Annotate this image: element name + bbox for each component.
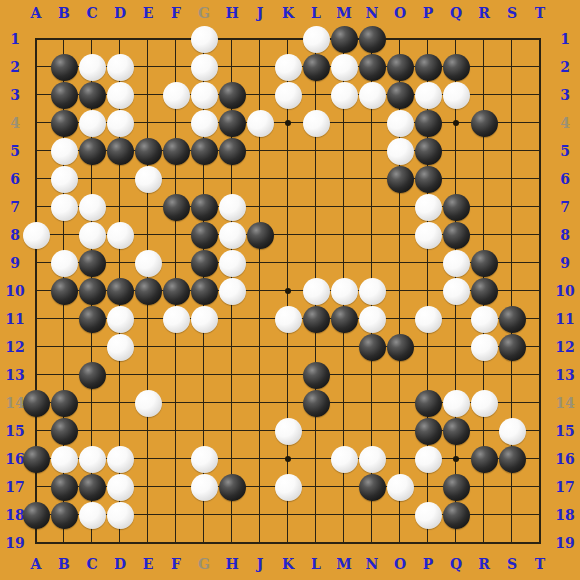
intersection-O1[interactable] <box>386 25 414 53</box>
intersection-K8[interactable] <box>274 221 302 249</box>
intersection-H12[interactable] <box>218 333 246 361</box>
intersection-T15[interactable] <box>526 417 554 445</box>
intersection-H13[interactable] <box>218 361 246 389</box>
intersection-T2[interactable] <box>526 53 554 81</box>
intersection-M2[interactable] <box>330 53 358 81</box>
intersection-O17[interactable] <box>386 473 414 501</box>
intersection-R1[interactable] <box>470 25 498 53</box>
intersection-Q9[interactable] <box>442 249 470 277</box>
intersection-C2[interactable] <box>78 53 106 81</box>
intersection-F12[interactable] <box>162 333 190 361</box>
intersection-P16[interactable] <box>414 445 442 473</box>
intersection-J16[interactable] <box>246 445 274 473</box>
intersection-F4[interactable] <box>162 109 190 137</box>
intersection-N13[interactable] <box>358 361 386 389</box>
intersection-H1[interactable] <box>218 25 246 53</box>
intersection-N1[interactable] <box>358 25 386 53</box>
intersection-N17[interactable] <box>358 473 386 501</box>
intersection-S1[interactable] <box>498 25 526 53</box>
intersection-H3[interactable] <box>218 81 246 109</box>
intersection-A8[interactable] <box>22 221 50 249</box>
intersection-L15[interactable] <box>302 417 330 445</box>
intersection-L19[interactable] <box>302 529 330 557</box>
intersection-T17[interactable] <box>526 473 554 501</box>
intersection-H4[interactable] <box>218 109 246 137</box>
intersection-F19[interactable] <box>162 529 190 557</box>
intersection-J4[interactable] <box>246 109 274 137</box>
intersection-O9[interactable] <box>386 249 414 277</box>
intersection-E4[interactable] <box>134 109 162 137</box>
intersection-F5[interactable] <box>162 137 190 165</box>
intersection-P12[interactable] <box>414 333 442 361</box>
intersection-A4[interactable] <box>22 109 50 137</box>
intersection-J11[interactable] <box>246 305 274 333</box>
intersection-R9[interactable] <box>470 249 498 277</box>
intersection-A19[interactable] <box>22 529 50 557</box>
intersection-B4[interactable] <box>50 109 78 137</box>
intersection-A15[interactable] <box>22 417 50 445</box>
intersection-O13[interactable] <box>386 361 414 389</box>
intersection-L17[interactable] <box>302 473 330 501</box>
intersection-T13[interactable] <box>526 361 554 389</box>
intersection-A5[interactable] <box>22 137 50 165</box>
intersection-L4[interactable] <box>302 109 330 137</box>
intersection-S14[interactable] <box>498 389 526 417</box>
intersection-N6[interactable] <box>358 165 386 193</box>
intersection-M6[interactable] <box>330 165 358 193</box>
intersection-B7[interactable] <box>50 193 78 221</box>
intersection-O19[interactable] <box>386 529 414 557</box>
intersection-L1[interactable] <box>302 25 330 53</box>
intersection-C6[interactable] <box>78 165 106 193</box>
intersection-K3[interactable] <box>274 81 302 109</box>
intersection-M10[interactable] <box>330 277 358 305</box>
intersection-E6[interactable] <box>134 165 162 193</box>
intersection-K1[interactable] <box>274 25 302 53</box>
intersection-C13[interactable] <box>78 361 106 389</box>
intersection-G3[interactable] <box>190 81 218 109</box>
intersection-E17[interactable] <box>134 473 162 501</box>
intersection-Q18[interactable] <box>442 501 470 529</box>
intersection-A17[interactable] <box>22 473 50 501</box>
intersection-D10[interactable] <box>106 277 134 305</box>
intersection-J13[interactable] <box>246 361 274 389</box>
intersection-J10[interactable] <box>246 277 274 305</box>
intersection-P4[interactable] <box>414 109 442 137</box>
intersection-R15[interactable] <box>470 417 498 445</box>
intersection-E2[interactable] <box>134 53 162 81</box>
intersection-E5[interactable] <box>134 137 162 165</box>
intersection-T9[interactable] <box>526 249 554 277</box>
intersection-L11[interactable] <box>302 305 330 333</box>
intersection-N7[interactable] <box>358 193 386 221</box>
intersection-O14[interactable] <box>386 389 414 417</box>
intersection-K9[interactable] <box>274 249 302 277</box>
intersection-G2[interactable] <box>190 53 218 81</box>
intersection-N15[interactable] <box>358 417 386 445</box>
intersection-G18[interactable] <box>190 501 218 529</box>
intersection-D9[interactable] <box>106 249 134 277</box>
intersection-E7[interactable] <box>134 193 162 221</box>
intersection-B19[interactable] <box>50 529 78 557</box>
intersection-P6[interactable] <box>414 165 442 193</box>
intersection-D19[interactable] <box>106 529 134 557</box>
intersection-A10[interactable] <box>22 277 50 305</box>
intersection-L18[interactable] <box>302 501 330 529</box>
intersection-T10[interactable] <box>526 277 554 305</box>
intersection-O5[interactable] <box>386 137 414 165</box>
intersection-T1[interactable] <box>526 25 554 53</box>
intersection-R13[interactable] <box>470 361 498 389</box>
intersection-C7[interactable] <box>78 193 106 221</box>
intersection-S18[interactable] <box>498 501 526 529</box>
intersection-Q16[interactable] <box>442 445 470 473</box>
intersection-D3[interactable] <box>106 81 134 109</box>
intersection-C9[interactable] <box>78 249 106 277</box>
intersection-L12[interactable] <box>302 333 330 361</box>
intersection-C5[interactable] <box>78 137 106 165</box>
intersection-O18[interactable] <box>386 501 414 529</box>
intersection-F2[interactable] <box>162 53 190 81</box>
intersection-R2[interactable] <box>470 53 498 81</box>
intersection-A1[interactable] <box>22 25 50 53</box>
intersection-N12[interactable] <box>358 333 386 361</box>
intersection-E10[interactable] <box>134 277 162 305</box>
intersection-R17[interactable] <box>470 473 498 501</box>
intersection-J3[interactable] <box>246 81 274 109</box>
intersection-J15[interactable] <box>246 417 274 445</box>
intersection-D1[interactable] <box>106 25 134 53</box>
intersection-P15[interactable] <box>414 417 442 445</box>
intersection-S10[interactable] <box>498 277 526 305</box>
intersection-T8[interactable] <box>526 221 554 249</box>
intersection-S15[interactable] <box>498 417 526 445</box>
intersection-O12[interactable] <box>386 333 414 361</box>
intersection-S3[interactable] <box>498 81 526 109</box>
intersection-J8[interactable] <box>246 221 274 249</box>
intersection-L14[interactable] <box>302 389 330 417</box>
intersection-N2[interactable] <box>358 53 386 81</box>
intersection-H2[interactable] <box>218 53 246 81</box>
intersection-G16[interactable] <box>190 445 218 473</box>
intersection-P8[interactable] <box>414 221 442 249</box>
intersection-H8[interactable] <box>218 221 246 249</box>
intersection-E11[interactable] <box>134 305 162 333</box>
intersection-O7[interactable] <box>386 193 414 221</box>
intersection-L3[interactable] <box>302 81 330 109</box>
intersection-L8[interactable] <box>302 221 330 249</box>
intersection-M13[interactable] <box>330 361 358 389</box>
intersection-M19[interactable] <box>330 529 358 557</box>
intersection-S5[interactable] <box>498 137 526 165</box>
intersection-T11[interactable] <box>526 305 554 333</box>
intersection-G14[interactable] <box>190 389 218 417</box>
intersection-N9[interactable] <box>358 249 386 277</box>
intersection-M11[interactable] <box>330 305 358 333</box>
intersection-F7[interactable] <box>162 193 190 221</box>
intersection-G19[interactable] <box>190 529 218 557</box>
intersection-K5[interactable] <box>274 137 302 165</box>
intersection-N11[interactable] <box>358 305 386 333</box>
intersection-F11[interactable] <box>162 305 190 333</box>
intersection-E8[interactable] <box>134 221 162 249</box>
intersection-O4[interactable] <box>386 109 414 137</box>
intersection-C19[interactable] <box>78 529 106 557</box>
intersection-B11[interactable] <box>50 305 78 333</box>
intersection-O11[interactable] <box>386 305 414 333</box>
intersection-D12[interactable] <box>106 333 134 361</box>
intersection-N3[interactable] <box>358 81 386 109</box>
intersection-B12[interactable] <box>50 333 78 361</box>
intersection-C17[interactable] <box>78 473 106 501</box>
intersection-H18[interactable] <box>218 501 246 529</box>
intersection-C11[interactable] <box>78 305 106 333</box>
intersection-Q4[interactable] <box>442 109 470 137</box>
intersection-B14[interactable] <box>50 389 78 417</box>
intersection-L13[interactable] <box>302 361 330 389</box>
intersection-G15[interactable] <box>190 417 218 445</box>
intersection-G13[interactable] <box>190 361 218 389</box>
intersection-F17[interactable] <box>162 473 190 501</box>
intersection-D15[interactable] <box>106 417 134 445</box>
intersection-Q17[interactable] <box>442 473 470 501</box>
intersection-J17[interactable] <box>246 473 274 501</box>
intersection-P10[interactable] <box>414 277 442 305</box>
intersection-T12[interactable] <box>526 333 554 361</box>
intersection-P7[interactable] <box>414 193 442 221</box>
intersection-E14[interactable] <box>134 389 162 417</box>
intersection-J2[interactable] <box>246 53 274 81</box>
intersection-O15[interactable] <box>386 417 414 445</box>
intersection-A3[interactable] <box>22 81 50 109</box>
intersection-T5[interactable] <box>526 137 554 165</box>
intersection-F18[interactable] <box>162 501 190 529</box>
intersection-D17[interactable] <box>106 473 134 501</box>
intersection-B5[interactable] <box>50 137 78 165</box>
intersection-Q15[interactable] <box>442 417 470 445</box>
intersection-A12[interactable] <box>22 333 50 361</box>
intersection-O10[interactable] <box>386 277 414 305</box>
intersection-G1[interactable] <box>190 25 218 53</box>
intersection-O6[interactable] <box>386 165 414 193</box>
intersection-D5[interactable] <box>106 137 134 165</box>
intersection-D13[interactable] <box>106 361 134 389</box>
intersection-L9[interactable] <box>302 249 330 277</box>
intersection-C14[interactable] <box>78 389 106 417</box>
intersection-K10[interactable] <box>274 277 302 305</box>
intersection-H19[interactable] <box>218 529 246 557</box>
intersection-K6[interactable] <box>274 165 302 193</box>
intersection-N18[interactable] <box>358 501 386 529</box>
intersection-A7[interactable] <box>22 193 50 221</box>
intersection-K7[interactable] <box>274 193 302 221</box>
intersection-A13[interactable] <box>22 361 50 389</box>
intersection-S2[interactable] <box>498 53 526 81</box>
intersection-A16[interactable] <box>22 445 50 473</box>
intersection-B16[interactable] <box>50 445 78 473</box>
intersection-G8[interactable] <box>190 221 218 249</box>
intersection-S11[interactable] <box>498 305 526 333</box>
intersection-N4[interactable] <box>358 109 386 137</box>
intersection-D8[interactable] <box>106 221 134 249</box>
intersection-J12[interactable] <box>246 333 274 361</box>
intersection-K2[interactable] <box>274 53 302 81</box>
intersection-C8[interactable] <box>78 221 106 249</box>
intersection-B9[interactable] <box>50 249 78 277</box>
intersection-P5[interactable] <box>414 137 442 165</box>
intersection-S7[interactable] <box>498 193 526 221</box>
intersection-G11[interactable] <box>190 305 218 333</box>
intersection-P18[interactable] <box>414 501 442 529</box>
intersection-T14[interactable] <box>526 389 554 417</box>
intersection-Q5[interactable] <box>442 137 470 165</box>
intersection-Q3[interactable] <box>442 81 470 109</box>
intersection-E18[interactable] <box>134 501 162 529</box>
intersection-H9[interactable] <box>218 249 246 277</box>
intersection-F9[interactable] <box>162 249 190 277</box>
intersection-P1[interactable] <box>414 25 442 53</box>
intersection-H7[interactable] <box>218 193 246 221</box>
intersection-S17[interactable] <box>498 473 526 501</box>
intersection-L5[interactable] <box>302 137 330 165</box>
intersection-S8[interactable] <box>498 221 526 249</box>
intersection-J18[interactable] <box>246 501 274 529</box>
intersection-D2[interactable] <box>106 53 134 81</box>
intersection-D7[interactable] <box>106 193 134 221</box>
intersection-P9[interactable] <box>414 249 442 277</box>
intersection-R3[interactable] <box>470 81 498 109</box>
intersection-B8[interactable] <box>50 221 78 249</box>
intersection-G12[interactable] <box>190 333 218 361</box>
intersection-H5[interactable] <box>218 137 246 165</box>
intersection-M14[interactable] <box>330 389 358 417</box>
intersection-Q7[interactable] <box>442 193 470 221</box>
intersection-G5[interactable] <box>190 137 218 165</box>
intersection-L16[interactable] <box>302 445 330 473</box>
intersection-Q19[interactable] <box>442 529 470 557</box>
intersection-P14[interactable] <box>414 389 442 417</box>
intersection-G9[interactable] <box>190 249 218 277</box>
intersection-D16[interactable] <box>106 445 134 473</box>
intersection-D6[interactable] <box>106 165 134 193</box>
intersection-K13[interactable] <box>274 361 302 389</box>
intersection-Q11[interactable] <box>442 305 470 333</box>
intersection-K11[interactable] <box>274 305 302 333</box>
intersection-F1[interactable] <box>162 25 190 53</box>
intersection-E1[interactable] <box>134 25 162 53</box>
intersection-A9[interactable] <box>22 249 50 277</box>
intersection-Q2[interactable] <box>442 53 470 81</box>
intersection-H6[interactable] <box>218 165 246 193</box>
intersection-N8[interactable] <box>358 221 386 249</box>
intersection-M15[interactable] <box>330 417 358 445</box>
intersection-G10[interactable] <box>190 277 218 305</box>
intersection-G4[interactable] <box>190 109 218 137</box>
intersection-R19[interactable] <box>470 529 498 557</box>
intersection-L6[interactable] <box>302 165 330 193</box>
intersection-P13[interactable] <box>414 361 442 389</box>
intersection-C15[interactable] <box>78 417 106 445</box>
intersection-A11[interactable] <box>22 305 50 333</box>
intersection-F6[interactable] <box>162 165 190 193</box>
intersection-N19[interactable] <box>358 529 386 557</box>
intersection-K15[interactable] <box>274 417 302 445</box>
intersection-Q1[interactable] <box>442 25 470 53</box>
intersection-A2[interactable] <box>22 53 50 81</box>
intersection-T6[interactable] <box>526 165 554 193</box>
intersection-C18[interactable] <box>78 501 106 529</box>
intersection-E13[interactable] <box>134 361 162 389</box>
intersection-R18[interactable] <box>470 501 498 529</box>
intersection-Q12[interactable] <box>442 333 470 361</box>
intersection-D4[interactable] <box>106 109 134 137</box>
intersection-K14[interactable] <box>274 389 302 417</box>
intersection-N14[interactable] <box>358 389 386 417</box>
intersection-M16[interactable] <box>330 445 358 473</box>
intersection-M17[interactable] <box>330 473 358 501</box>
intersection-K16[interactable] <box>274 445 302 473</box>
intersection-F10[interactable] <box>162 277 190 305</box>
intersection-A18[interactable] <box>22 501 50 529</box>
intersection-K12[interactable] <box>274 333 302 361</box>
intersection-P17[interactable] <box>414 473 442 501</box>
intersection-F3[interactable] <box>162 81 190 109</box>
intersection-N5[interactable] <box>358 137 386 165</box>
intersection-T4[interactable] <box>526 109 554 137</box>
intersection-O3[interactable] <box>386 81 414 109</box>
intersection-N16[interactable] <box>358 445 386 473</box>
intersection-F15[interactable] <box>162 417 190 445</box>
intersection-T7[interactable] <box>526 193 554 221</box>
intersection-R11[interactable] <box>470 305 498 333</box>
intersection-M18[interactable] <box>330 501 358 529</box>
intersection-K17[interactable] <box>274 473 302 501</box>
intersection-J9[interactable] <box>246 249 274 277</box>
intersection-E16[interactable] <box>134 445 162 473</box>
intersection-J14[interactable] <box>246 389 274 417</box>
intersection-A14[interactable] <box>22 389 50 417</box>
intersection-Q13[interactable] <box>442 361 470 389</box>
intersection-K18[interactable] <box>274 501 302 529</box>
intersection-H17[interactable] <box>218 473 246 501</box>
intersection-C10[interactable] <box>78 277 106 305</box>
intersection-D14[interactable] <box>106 389 134 417</box>
intersection-E3[interactable] <box>134 81 162 109</box>
intersection-R6[interactable] <box>470 165 498 193</box>
intersection-O8[interactable] <box>386 221 414 249</box>
intersection-T19[interactable] <box>526 529 554 557</box>
intersection-H10[interactable] <box>218 277 246 305</box>
intersection-H15[interactable] <box>218 417 246 445</box>
intersection-C1[interactable] <box>78 25 106 53</box>
intersection-T18[interactable] <box>526 501 554 529</box>
intersection-E19[interactable] <box>134 529 162 557</box>
intersection-T3[interactable] <box>526 81 554 109</box>
intersection-J6[interactable] <box>246 165 274 193</box>
intersection-B17[interactable] <box>50 473 78 501</box>
intersection-J1[interactable] <box>246 25 274 53</box>
intersection-M8[interactable] <box>330 221 358 249</box>
intersection-S9[interactable] <box>498 249 526 277</box>
intersection-S6[interactable] <box>498 165 526 193</box>
intersection-M12[interactable] <box>330 333 358 361</box>
intersection-E12[interactable] <box>134 333 162 361</box>
intersection-M3[interactable] <box>330 81 358 109</box>
intersection-L7[interactable] <box>302 193 330 221</box>
intersection-G7[interactable] <box>190 193 218 221</box>
intersection-R8[interactable] <box>470 221 498 249</box>
intersection-H14[interactable] <box>218 389 246 417</box>
